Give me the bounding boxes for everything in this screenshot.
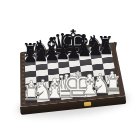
chess-set-photo: ♜♞♝♛♚♝♞♜♟♟♟♟♟♟♟♟♟♟♟♟♟♟♟♟♜♞♝♛♚♝♞♜ — [0, 0, 140, 140]
piece-black-pawn[interactable]: ♟ — [99, 41, 114, 58]
piece-white-rook[interactable]: ♜ — [104, 74, 123, 95]
pieces-layer: ♜♞♝♛♚♝♞♜♟♟♟♟♟♟♟♟♟♟♟♟♟♟♟♟♜♞♝♛♚♝♞♜ — [0, 0, 140, 140]
